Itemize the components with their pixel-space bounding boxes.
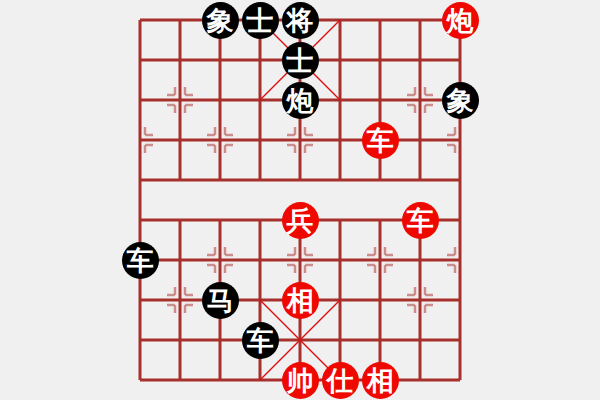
piece-black-elephant[interactable]: 象 [202, 2, 239, 39]
piece-red-elephant[interactable]: 相 [282, 282, 319, 319]
piece-black-general[interactable]: 将 [282, 2, 319, 39]
piece-black-chariot[interactable]: 车 [122, 242, 159, 279]
piece-black-chariot[interactable]: 车 [242, 322, 279, 359]
piece-black-advisor[interactable]: 士 [242, 2, 279, 39]
piece-red-chariot[interactable]: 车 [362, 122, 399, 159]
piece-black-advisor[interactable]: 士 [282, 42, 319, 79]
piece-red-general[interactable]: 帅 [282, 362, 319, 399]
piece-black-elephant[interactable]: 象 [442, 82, 479, 119]
xiangqi-app: 象士将士炮象炮车兵车车马相车帅仕相 [0, 0, 600, 400]
piece-red-advisor[interactable]: 仕 [322, 362, 359, 399]
pieces-grid[interactable]: 象士将士炮象炮车兵车车马相车帅仕相 [120, 0, 480, 400]
xiangqi-board[interactable]: 象士将士炮象炮车兵车车马相车帅仕相 [0, 0, 600, 400]
piece-black-horse[interactable]: 马 [202, 282, 239, 319]
piece-red-cannon[interactable]: 炮 [442, 2, 479, 39]
piece-red-elephant[interactable]: 相 [362, 362, 399, 399]
piece-red-soldier[interactable]: 兵 [282, 202, 319, 239]
piece-red-chariot[interactable]: 车 [402, 202, 439, 239]
piece-black-cannon[interactable]: 炮 [282, 82, 319, 119]
